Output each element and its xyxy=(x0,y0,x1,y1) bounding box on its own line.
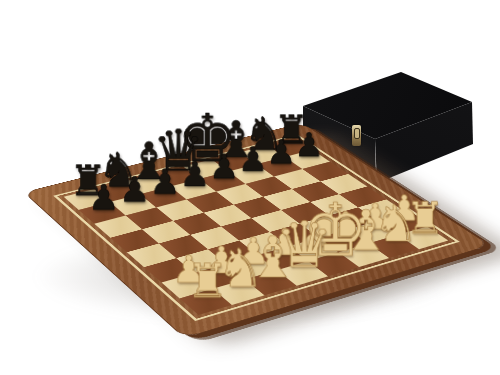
pawn-glyph: ♟ xyxy=(209,151,239,185)
pawn-glyph: ♟ xyxy=(294,129,323,162)
rook-glyph: ♜ xyxy=(186,258,228,305)
product-photo: ♜♞♝♛♚♝♞♜♟♟♟♟♟♟♟♟♟♟♟♟♟♟♟♟♜♞♝♛♚♝♞♜ xyxy=(0,0,500,375)
pawn-glyph: ♟ xyxy=(238,143,268,176)
playing-area: ♜♞♝♛♚♝♞♜♟♟♟♟♟♟♟♟♟♟♟♟♟♟♟♟♜♞♝♛♚♝♞♜ xyxy=(64,138,449,315)
pawn-glyph: ♟ xyxy=(179,158,209,192)
board-scene: ♜♞♝♛♚♝♞♜♟♟♟♟♟♟♟♟♟♟♟♟♟♟♟♟♜♞♝♛♚♝♞♜ xyxy=(0,48,500,375)
square-d5 xyxy=(204,205,252,227)
pawn-glyph: ♟ xyxy=(149,166,180,200)
pawn-glyph: ♟ xyxy=(266,136,296,169)
chess-board: ♜♞♝♛♚♝♞♜♟♟♟♟♟♟♟♟♟♟♟♟♟♟♟♟♜♞♝♛♚♝♞♜ xyxy=(23,123,490,338)
pawn-glyph: ♟ xyxy=(119,173,150,208)
square-a1: ♜ xyxy=(180,289,232,315)
square-a5 xyxy=(110,229,159,252)
pawn-glyph: ♟ xyxy=(88,181,119,216)
